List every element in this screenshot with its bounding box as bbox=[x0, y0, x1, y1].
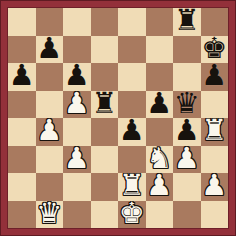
square-b5[interactable] bbox=[36, 91, 64, 119]
square-b3[interactable] bbox=[36, 146, 64, 174]
square-f3[interactable]: ♞ bbox=[146, 146, 174, 174]
square-h5[interactable] bbox=[201, 91, 229, 119]
square-a8[interactable] bbox=[8, 8, 36, 36]
square-h8[interactable] bbox=[201, 8, 229, 36]
square-e4[interactable]: ♟ bbox=[118, 118, 146, 146]
square-d1[interactable] bbox=[91, 201, 119, 229]
square-c2[interactable] bbox=[63, 173, 91, 201]
square-h4[interactable]: ♜ bbox=[201, 118, 229, 146]
square-f1[interactable] bbox=[146, 201, 174, 229]
square-c5[interactable]: ♟ bbox=[63, 91, 91, 119]
white-rook-piece: ♜ bbox=[119, 173, 145, 201]
white-pawn-piece: ♟ bbox=[174, 146, 200, 174]
black-pawn-piece: ♟ bbox=[36, 36, 62, 64]
black-queen-piece: ♛ bbox=[174, 91, 200, 119]
white-knight-piece: ♞ bbox=[146, 146, 172, 174]
square-h3[interactable] bbox=[201, 146, 229, 174]
square-e1[interactable]: ♚ bbox=[118, 201, 146, 229]
square-c6[interactable]: ♟ bbox=[63, 63, 91, 91]
square-e7[interactable] bbox=[118, 36, 146, 64]
square-e6[interactable] bbox=[118, 63, 146, 91]
white-pawn-piece: ♟ bbox=[64, 91, 90, 119]
square-b7[interactable]: ♟ bbox=[36, 36, 64, 64]
black-king-piece: ♚ bbox=[201, 36, 227, 64]
square-d2[interactable] bbox=[91, 173, 119, 201]
square-f5[interactable]: ♟ bbox=[146, 91, 174, 119]
square-f4[interactable] bbox=[146, 118, 174, 146]
white-king-piece: ♚ bbox=[119, 201, 145, 229]
square-h1[interactable] bbox=[201, 201, 229, 229]
square-d8[interactable] bbox=[91, 8, 119, 36]
square-b1[interactable]: ♛ bbox=[36, 201, 64, 229]
square-h6[interactable]: ♟ bbox=[201, 63, 229, 91]
square-a5[interactable] bbox=[8, 91, 36, 119]
chess-board: ♜♟♚♟♟♟♟♜♟♛♟♟♟♜♟♞♟♜♟♟♛♚ bbox=[7, 7, 229, 229]
chess-board-frame: ♜♟♚♟♟♟♟♜♟♛♟♟♟♜♟♞♟♜♟♟♛♚ bbox=[0, 0, 236, 236]
square-d6[interactable] bbox=[91, 63, 119, 91]
square-e2[interactable]: ♜ bbox=[118, 173, 146, 201]
square-h2[interactable]: ♟ bbox=[201, 173, 229, 201]
black-pawn-piece: ♟ bbox=[64, 63, 90, 91]
square-c4[interactable] bbox=[63, 118, 91, 146]
square-f8[interactable] bbox=[146, 8, 174, 36]
square-e8[interactable] bbox=[118, 8, 146, 36]
white-pawn-piece: ♟ bbox=[146, 173, 172, 201]
square-f7[interactable] bbox=[146, 36, 174, 64]
square-b2[interactable] bbox=[36, 173, 64, 201]
square-a1[interactable] bbox=[8, 201, 36, 229]
white-pawn-piece: ♟ bbox=[36, 118, 62, 146]
square-b4[interactable]: ♟ bbox=[36, 118, 64, 146]
white-pawn-piece: ♟ bbox=[64, 146, 90, 174]
square-a2[interactable] bbox=[8, 173, 36, 201]
square-d4[interactable] bbox=[91, 118, 119, 146]
square-c3[interactable]: ♟ bbox=[63, 146, 91, 174]
white-queen-piece: ♛ bbox=[36, 201, 62, 229]
square-d7[interactable] bbox=[91, 36, 119, 64]
square-e3[interactable] bbox=[118, 146, 146, 174]
square-c7[interactable] bbox=[63, 36, 91, 64]
white-pawn-piece: ♟ bbox=[201, 173, 227, 201]
black-rook-piece: ♜ bbox=[174, 8, 200, 36]
black-pawn-piece: ♟ bbox=[119, 118, 145, 146]
black-pawn-piece: ♟ bbox=[174, 118, 200, 146]
black-pawn-piece: ♟ bbox=[146, 91, 172, 119]
square-d5[interactable]: ♜ bbox=[91, 91, 119, 119]
square-g6[interactable] bbox=[173, 63, 201, 91]
square-d3[interactable] bbox=[91, 146, 119, 174]
square-f2[interactable]: ♟ bbox=[146, 173, 174, 201]
square-a4[interactable] bbox=[8, 118, 36, 146]
square-g5[interactable]: ♛ bbox=[173, 91, 201, 119]
square-g8[interactable]: ♜ bbox=[173, 8, 201, 36]
square-g3[interactable]: ♟ bbox=[173, 146, 201, 174]
white-rook-piece: ♜ bbox=[201, 118, 227, 146]
black-pawn-piece: ♟ bbox=[9, 63, 35, 91]
square-g1[interactable] bbox=[173, 201, 201, 229]
square-c8[interactable] bbox=[63, 8, 91, 36]
square-h7[interactable]: ♚ bbox=[201, 36, 229, 64]
square-b6[interactable] bbox=[36, 63, 64, 91]
square-g4[interactable]: ♟ bbox=[173, 118, 201, 146]
square-b8[interactable] bbox=[36, 8, 64, 36]
square-a6[interactable]: ♟ bbox=[8, 63, 36, 91]
square-e5[interactable] bbox=[118, 91, 146, 119]
black-pawn-piece: ♟ bbox=[201, 63, 227, 91]
square-g7[interactable] bbox=[173, 36, 201, 64]
square-a3[interactable] bbox=[8, 146, 36, 174]
black-rook-piece: ♜ bbox=[91, 91, 117, 119]
square-f6[interactable] bbox=[146, 63, 174, 91]
square-a7[interactable] bbox=[8, 36, 36, 64]
square-g2[interactable] bbox=[173, 173, 201, 201]
square-c1[interactable] bbox=[63, 201, 91, 229]
